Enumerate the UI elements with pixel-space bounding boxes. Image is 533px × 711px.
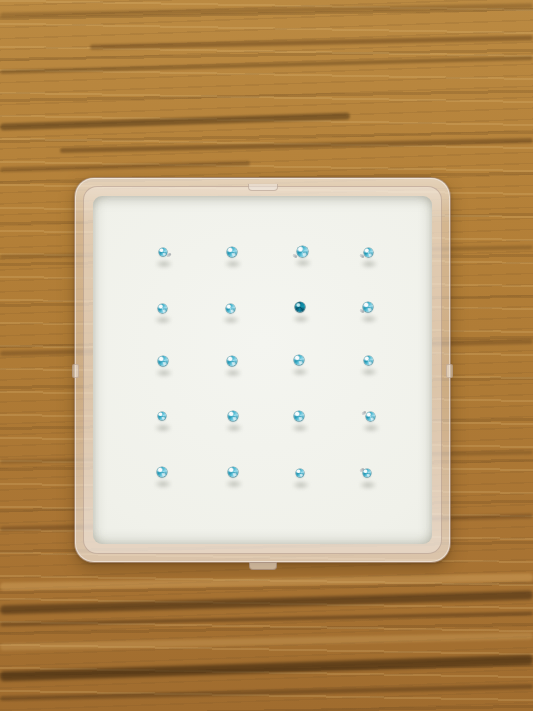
stud-shadow [220, 366, 246, 380]
nose-stud-r4c2 [228, 411, 238, 421]
stud-shadow [290, 256, 316, 270]
stud-shadow [356, 257, 382, 271]
nose-stud-r5c1 [157, 467, 167, 477]
nose-stud-r1c3 [297, 246, 308, 257]
stud-shadow [356, 365, 382, 379]
nose-stud-r2c2 [226, 304, 235, 313]
nose-stud-r1c2 [227, 247, 237, 257]
stud-shadow [288, 478, 314, 492]
stud-shadow [150, 313, 176, 327]
nose-stud-r3c2 [227, 356, 237, 366]
nose-stud-r4c1 [158, 412, 166, 420]
stud-shadow [287, 365, 313, 379]
stud-shadow [221, 477, 247, 491]
nose-stud-r3c1 [158, 356, 168, 366]
stud-shadow [355, 478, 381, 492]
stud-shadow [358, 421, 384, 435]
stud-shadow [150, 421, 176, 435]
nose-stud-r1c4 [364, 248, 373, 257]
nose-stud-r4c4 [366, 412, 375, 421]
nose-stud-r5c2 [228, 467, 238, 477]
nose-stud-r5c3 [296, 469, 304, 477]
nose-stud-r2c4 [363, 302, 373, 312]
stud-shadow [151, 257, 177, 271]
photo-scene [0, 0, 533, 711]
stud-shadow [220, 257, 246, 271]
nose-stud-r2c1 [158, 304, 167, 313]
stud-shadow [221, 421, 247, 435]
nose-stud-r2c3 [295, 302, 305, 312]
stud-shadow [150, 477, 176, 491]
nose-stud-r1c1 [159, 248, 167, 256]
nose-stud-r4c3 [294, 411, 304, 421]
nose-stud-r5c4 [363, 469, 371, 477]
nose-stud-r3c4 [364, 356, 373, 365]
stud-shadow [356, 312, 382, 326]
stud-shadow [151, 366, 177, 380]
stud-shadow [218, 313, 244, 327]
stud-grid [0, 0, 533, 711]
nose-stud-r3c3 [294, 355, 304, 365]
stud-shadow [288, 312, 314, 326]
stud-shadow [287, 421, 313, 435]
stud-pin [166, 253, 170, 257]
